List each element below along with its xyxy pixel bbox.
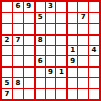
cell-r7c7[interactable] [67,67,77,77]
cell-r2c6[interactable] [56,13,66,23]
cell-r6c1[interactable] [2,56,12,66]
cell-r1c7[interactable] [67,2,77,12]
cell-r4c5[interactable] [46,35,56,45]
cell-r8c6[interactable] [56,78,66,88]
cell-r3c7[interactable] [67,24,77,34]
cell-r4c9[interactable] [89,35,99,45]
cell-r2c5[interactable] [46,13,56,23]
cell-r5c8[interactable] [78,46,88,56]
cell-r9c7[interactable] [67,89,77,99]
cell-r6c6[interactable] [56,56,66,66]
cell-r2c4[interactable]: 5 [35,13,45,23]
cell-r4c7[interactable] [67,35,77,45]
cell-r7c2[interactable] [13,67,23,77]
cell-r4c1[interactable]: 2 [2,35,12,45]
cell-r2c7[interactable] [67,13,77,23]
cell-r2c1[interactable] [2,13,12,23]
cell-r7c8[interactable] [78,67,88,77]
cell-r7c5[interactable]: 9 [46,67,56,77]
cell-r8c2[interactable]: 8 [13,78,23,88]
cell-r8c7[interactable] [67,78,77,88]
cell-r4c6[interactable] [56,35,66,45]
cell-r1c6[interactable] [56,2,66,12]
cell-r3c5[interactable] [46,24,56,34]
cell-r6c7[interactable]: 9 [67,56,77,66]
cell-r9c8[interactable] [78,89,88,99]
cell-r5c7[interactable]: 1 [67,46,77,56]
cell-r9c2[interactable] [13,89,23,99]
cell-r5c5[interactable] [46,46,56,56]
cell-r5c4[interactable] [35,46,45,56]
cell-r8c1[interactable]: 5 [2,78,12,88]
cell-r2c2[interactable] [13,13,23,23]
cell-r9c6[interactable] [56,89,66,99]
cell-r8c8[interactable] [78,78,88,88]
cell-r1c5[interactable]: 3 [46,2,56,12]
cell-r3c9[interactable] [89,24,99,34]
cell-r5c6[interactable] [56,46,66,56]
sudoku-board: 69357278146991587 [0,0,101,101]
cell-r4c4[interactable]: 8 [35,35,45,45]
cell-r7c6[interactable]: 1 [56,67,66,77]
cell-r3c3[interactable] [24,24,34,34]
cell-r3c2[interactable] [13,24,23,34]
cell-r8c5[interactable] [46,78,56,88]
cell-r8c3[interactable] [24,78,34,88]
cell-r2c8[interactable]: 7 [78,13,88,23]
cell-r5c3[interactable] [24,46,34,56]
cell-r7c3[interactable] [24,67,34,77]
cell-r9c5[interactable] [46,89,56,99]
cell-r3c4[interactable] [35,24,45,34]
cell-r6c9[interactable] [89,56,99,66]
cell-r1c1[interactable] [2,2,12,12]
cell-r6c3[interactable] [24,56,34,66]
cell-r4c2[interactable]: 7 [13,35,23,45]
cell-r6c5[interactable] [46,56,56,66]
cell-r1c3[interactable]: 9 [24,2,34,12]
cell-r1c2[interactable]: 6 [13,2,23,12]
cell-r9c4[interactable] [35,89,45,99]
cell-r9c3[interactable] [24,89,34,99]
cell-r7c1[interactable] [2,67,12,77]
cell-r7c4[interactable] [35,67,45,77]
cell-r9c1[interactable]: 7 [2,89,12,99]
cell-r9c9[interactable] [89,89,99,99]
cell-r5c2[interactable] [13,46,23,56]
cell-r6c8[interactable] [78,56,88,66]
cell-r3c1[interactable] [2,24,12,34]
cell-r6c4[interactable]: 6 [35,56,45,66]
cell-r3c6[interactable] [56,24,66,34]
cell-r3c8[interactable] [78,24,88,34]
cell-r1c8[interactable] [78,2,88,12]
cell-r5c1[interactable] [2,46,12,56]
cell-r1c4[interactable] [35,2,45,12]
cell-r1c9[interactable] [89,2,99,12]
cell-r2c9[interactable] [89,13,99,23]
cell-r5c9[interactable]: 4 [89,46,99,56]
cell-r6c2[interactable] [13,56,23,66]
cell-r2c3[interactable] [24,13,34,23]
cell-r4c3[interactable] [24,35,34,45]
cell-r8c9[interactable] [89,78,99,88]
cell-r4c8[interactable] [78,35,88,45]
cell-r7c9[interactable] [89,67,99,77]
cell-r8c4[interactable] [35,78,45,88]
